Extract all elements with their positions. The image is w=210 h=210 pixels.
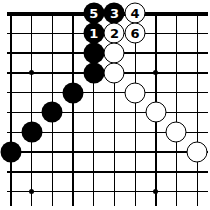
intersection-4-5 xyxy=(83,103,104,123)
intersection-6-1: 6 xyxy=(125,23,146,43)
intersection-9-4 xyxy=(187,83,208,103)
intersection-1-4 xyxy=(21,83,42,103)
intersection-7-4 xyxy=(145,83,166,103)
intersection-0-1 xyxy=(1,23,22,43)
intersection-7-7 xyxy=(145,142,166,162)
intersection-1-9 xyxy=(21,182,42,202)
black-stone xyxy=(83,43,104,64)
intersection-1-0 xyxy=(21,4,42,24)
white-stone xyxy=(104,62,125,83)
intersection-7-9 xyxy=(145,182,166,202)
black-stone xyxy=(21,122,42,143)
intersection-2-1 xyxy=(42,23,63,43)
intersection-2-8 xyxy=(42,162,63,182)
intersection-4-9 xyxy=(83,182,104,202)
white-stone xyxy=(125,82,146,103)
intersection-4-8 xyxy=(83,162,104,182)
intersection-0-3 xyxy=(1,63,22,83)
intersection-0-7 xyxy=(1,142,22,162)
intersection-1-6 xyxy=(21,122,42,142)
intersection-8-1 xyxy=(166,23,187,43)
intersection-4-7 xyxy=(83,142,104,162)
intersection-0-8 xyxy=(1,162,22,182)
intersection-5-5 xyxy=(104,103,125,123)
intersection-6-9 xyxy=(125,182,146,202)
intersection-4-3 xyxy=(83,63,104,83)
intersection-4-1: 1 xyxy=(83,23,104,43)
intersection-7-5 xyxy=(145,103,166,123)
intersection-0-4 xyxy=(1,83,22,103)
intersection-9-8 xyxy=(187,162,208,182)
intersection-7-3 xyxy=(145,63,166,83)
intersection-5-6 xyxy=(104,122,125,142)
intersection-8-6 xyxy=(166,122,187,142)
intersection-4-6 xyxy=(83,122,104,142)
black-stone xyxy=(42,102,63,123)
intersection-8-5 xyxy=(166,103,187,123)
intersection-7-1 xyxy=(145,23,166,43)
intersection-5-1: 2 xyxy=(104,23,125,43)
intersection-0-0 xyxy=(1,4,22,24)
intersection-4-0: 5 xyxy=(83,4,104,24)
intersection-7-8 xyxy=(145,162,166,182)
intersection-6-4 xyxy=(125,83,146,103)
intersection-3-1 xyxy=(63,23,84,43)
white-stone-move-6: 6 xyxy=(125,23,146,44)
intersection-6-3 xyxy=(125,63,146,83)
intersection-2-0 xyxy=(42,4,63,24)
white-stone xyxy=(166,122,187,143)
intersection-2-2 xyxy=(42,43,63,63)
white-stone-move-4: 4 xyxy=(125,3,146,24)
intersection-5-4 xyxy=(104,83,125,103)
intersection-1-7 xyxy=(21,142,42,162)
intersection-3-9 xyxy=(63,182,84,202)
intersection-3-4 xyxy=(63,83,84,103)
intersection-5-0: 3 xyxy=(104,4,125,24)
black-stone xyxy=(0,142,21,163)
intersection-2-3 xyxy=(42,63,63,83)
intersection-3-3 xyxy=(63,63,84,83)
go-board: 534126 xyxy=(0,0,210,210)
intersection-6-0: 4 xyxy=(125,4,146,24)
intersection-2-6 xyxy=(42,122,63,142)
intersection-6-7 xyxy=(125,142,146,162)
intersection-9-2 xyxy=(187,43,208,63)
black-stone-move-1: 1 xyxy=(83,23,104,44)
intersection-9-5 xyxy=(187,103,208,123)
intersection-2-9 xyxy=(42,182,63,202)
intersection-6-5 xyxy=(125,103,146,123)
intersection-1-1 xyxy=(21,23,42,43)
intersection-3-0 xyxy=(63,4,84,24)
intersection-8-2 xyxy=(166,43,187,63)
white-stone xyxy=(145,102,166,123)
white-stone xyxy=(104,43,125,64)
intersection-5-2 xyxy=(104,43,125,63)
intersection-3-8 xyxy=(63,162,84,182)
intersection-1-3 xyxy=(21,63,42,83)
intersection-9-3 xyxy=(187,63,208,83)
intersection-9-6 xyxy=(187,122,208,142)
black-stone-move-5: 5 xyxy=(83,3,104,24)
intersection-5-8 xyxy=(104,162,125,182)
intersection-1-5 xyxy=(21,103,42,123)
intersection-0-5 xyxy=(1,103,22,123)
black-stone xyxy=(63,82,84,103)
intersection-8-3 xyxy=(166,63,187,83)
intersection-2-5 xyxy=(42,103,63,123)
intersection-6-6 xyxy=(125,122,146,142)
intersection-4-2 xyxy=(83,43,104,63)
black-stone xyxy=(83,62,104,83)
white-stone-move-2: 2 xyxy=(104,23,125,44)
intersection-4-4 xyxy=(83,83,104,103)
intersection-2-7 xyxy=(42,142,63,162)
white-stone xyxy=(187,142,208,163)
intersection-3-5 xyxy=(63,103,84,123)
intersection-5-7 xyxy=(104,142,125,162)
intersection-0-2 xyxy=(1,43,22,63)
intersection-0-9 xyxy=(1,182,22,202)
intersection-6-2 xyxy=(125,43,146,63)
intersection-8-4 xyxy=(166,83,187,103)
intersection-9-9 xyxy=(187,182,208,202)
intersection-6-8 xyxy=(125,162,146,182)
black-stone-move-3: 3 xyxy=(104,3,125,24)
intersection-7-0 xyxy=(145,4,166,24)
intersection-3-7 xyxy=(63,142,84,162)
intersection-9-1 xyxy=(187,23,208,43)
intersection-7-6 xyxy=(145,122,166,142)
intersection-9-7 xyxy=(187,142,208,162)
intersection-2-4 xyxy=(42,83,63,103)
intersection-5-3 xyxy=(104,63,125,83)
intersection-8-8 xyxy=(166,162,187,182)
intersection-8-7 xyxy=(166,142,187,162)
stone-grid: 534126 xyxy=(1,4,208,202)
intersection-9-0 xyxy=(187,4,208,24)
intersection-1-8 xyxy=(21,162,42,182)
intersection-5-9 xyxy=(104,182,125,202)
intersection-8-9 xyxy=(166,182,187,202)
intersection-1-2 xyxy=(21,43,42,63)
intersection-3-6 xyxy=(63,122,84,142)
intersection-0-6 xyxy=(1,122,22,142)
intersection-8-0 xyxy=(166,4,187,24)
intersection-7-2 xyxy=(145,43,166,63)
intersection-3-2 xyxy=(63,43,84,63)
